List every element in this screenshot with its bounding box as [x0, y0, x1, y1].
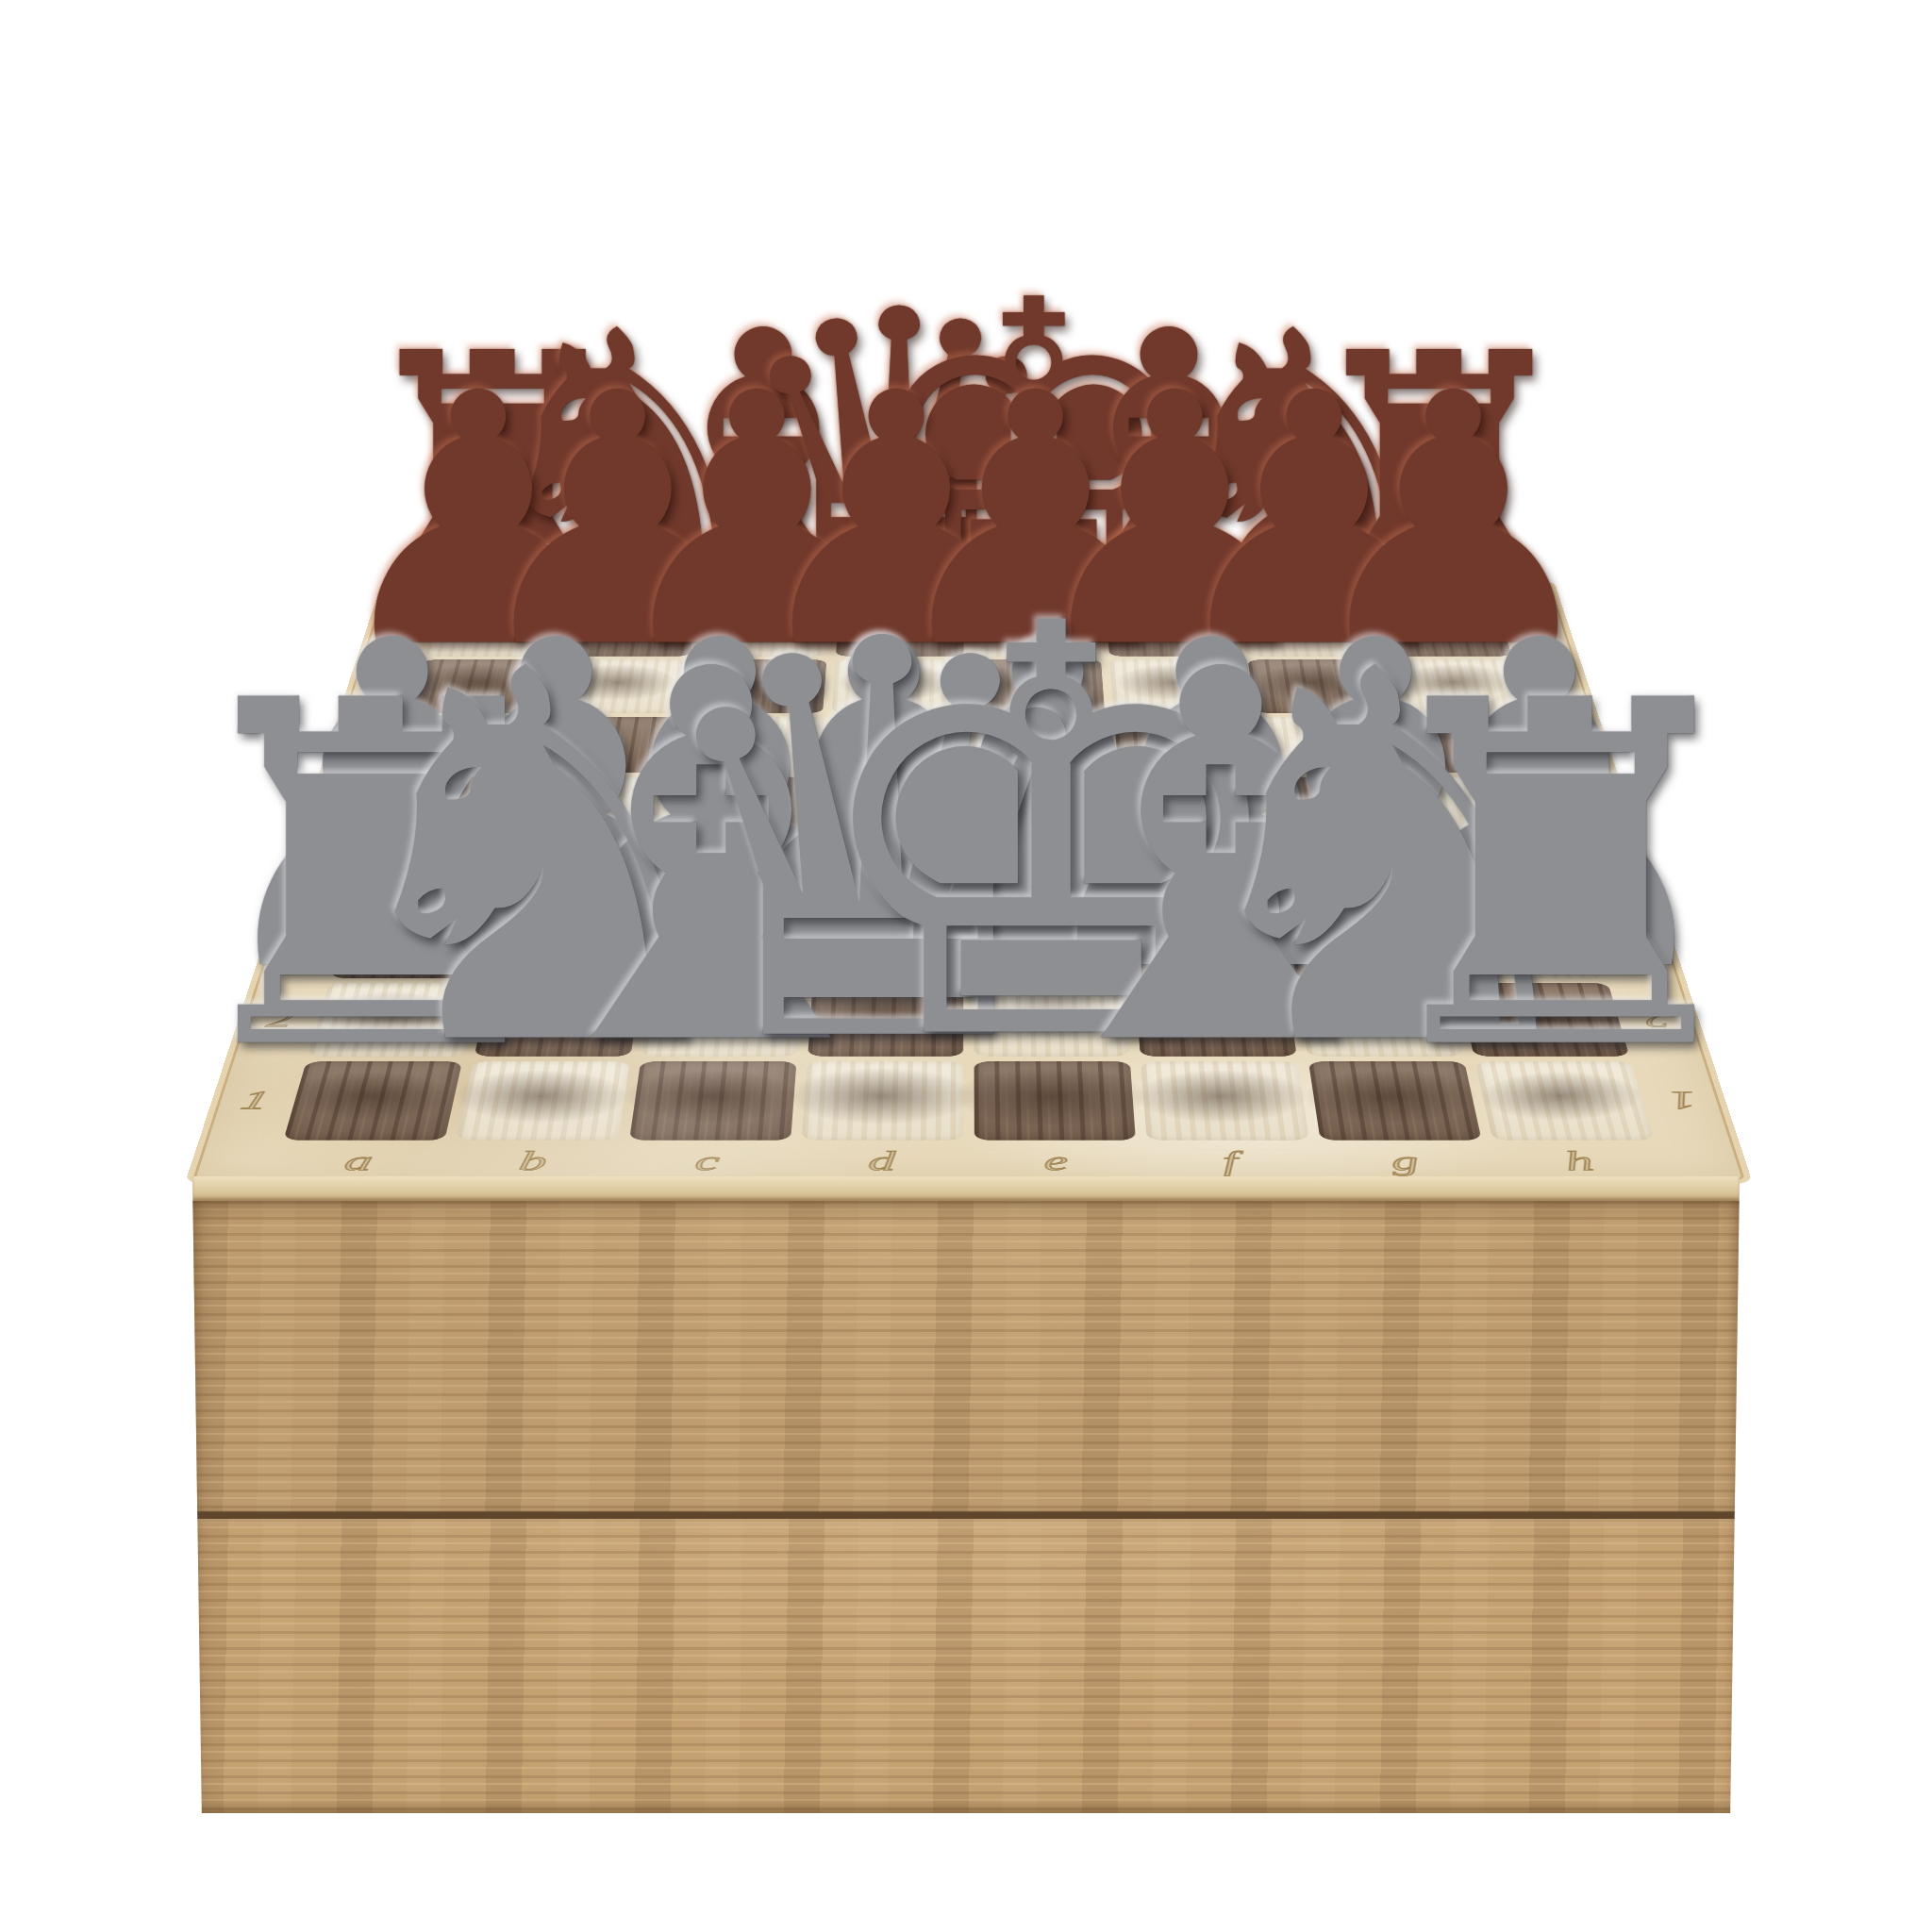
white-rook-h1: ♜: [1348, 641, 1774, 1115]
pieces-layer: ♜♞♝♛♚♝♞♜♟♟♟♟♟♟♟♟♟♟♟♟♟♟♟♟♜♞♝♛♚♝♞♜: [0, 0, 1932, 1932]
chess-set-photo: abcdefgh8765432187654321 ♜♞♝♛♚♝♞♜♟♟♟♟♟♟♟…: [0, 0, 1932, 1932]
board-scene: abcdefgh8765432187654321 ♜♞♝♛♚♝♞♜♟♟♟♟♟♟♟…: [0, 0, 1932, 1932]
